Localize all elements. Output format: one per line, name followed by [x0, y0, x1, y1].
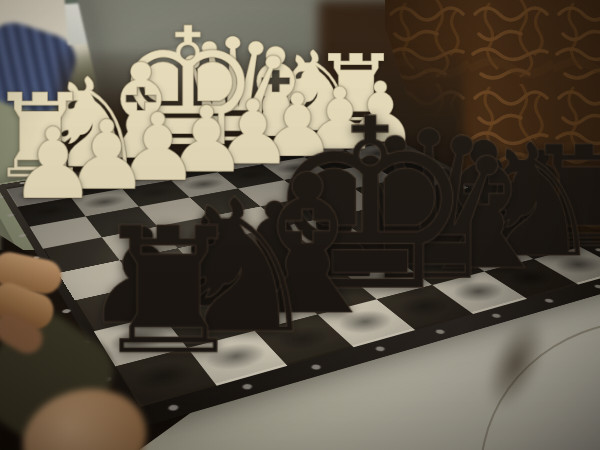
square-h8[interactable]: ♜	[115, 348, 216, 407]
photo-canvas: ♜♞♝♚♛♝♞♜♟♟♟♟♟♟♟♟♟♟♟♟♟♟♟♟♜♞♝♚♛♝♞♜	[0, 0, 600, 450]
black-rook-h8[interactable]: ♜	[90, 206, 246, 380]
